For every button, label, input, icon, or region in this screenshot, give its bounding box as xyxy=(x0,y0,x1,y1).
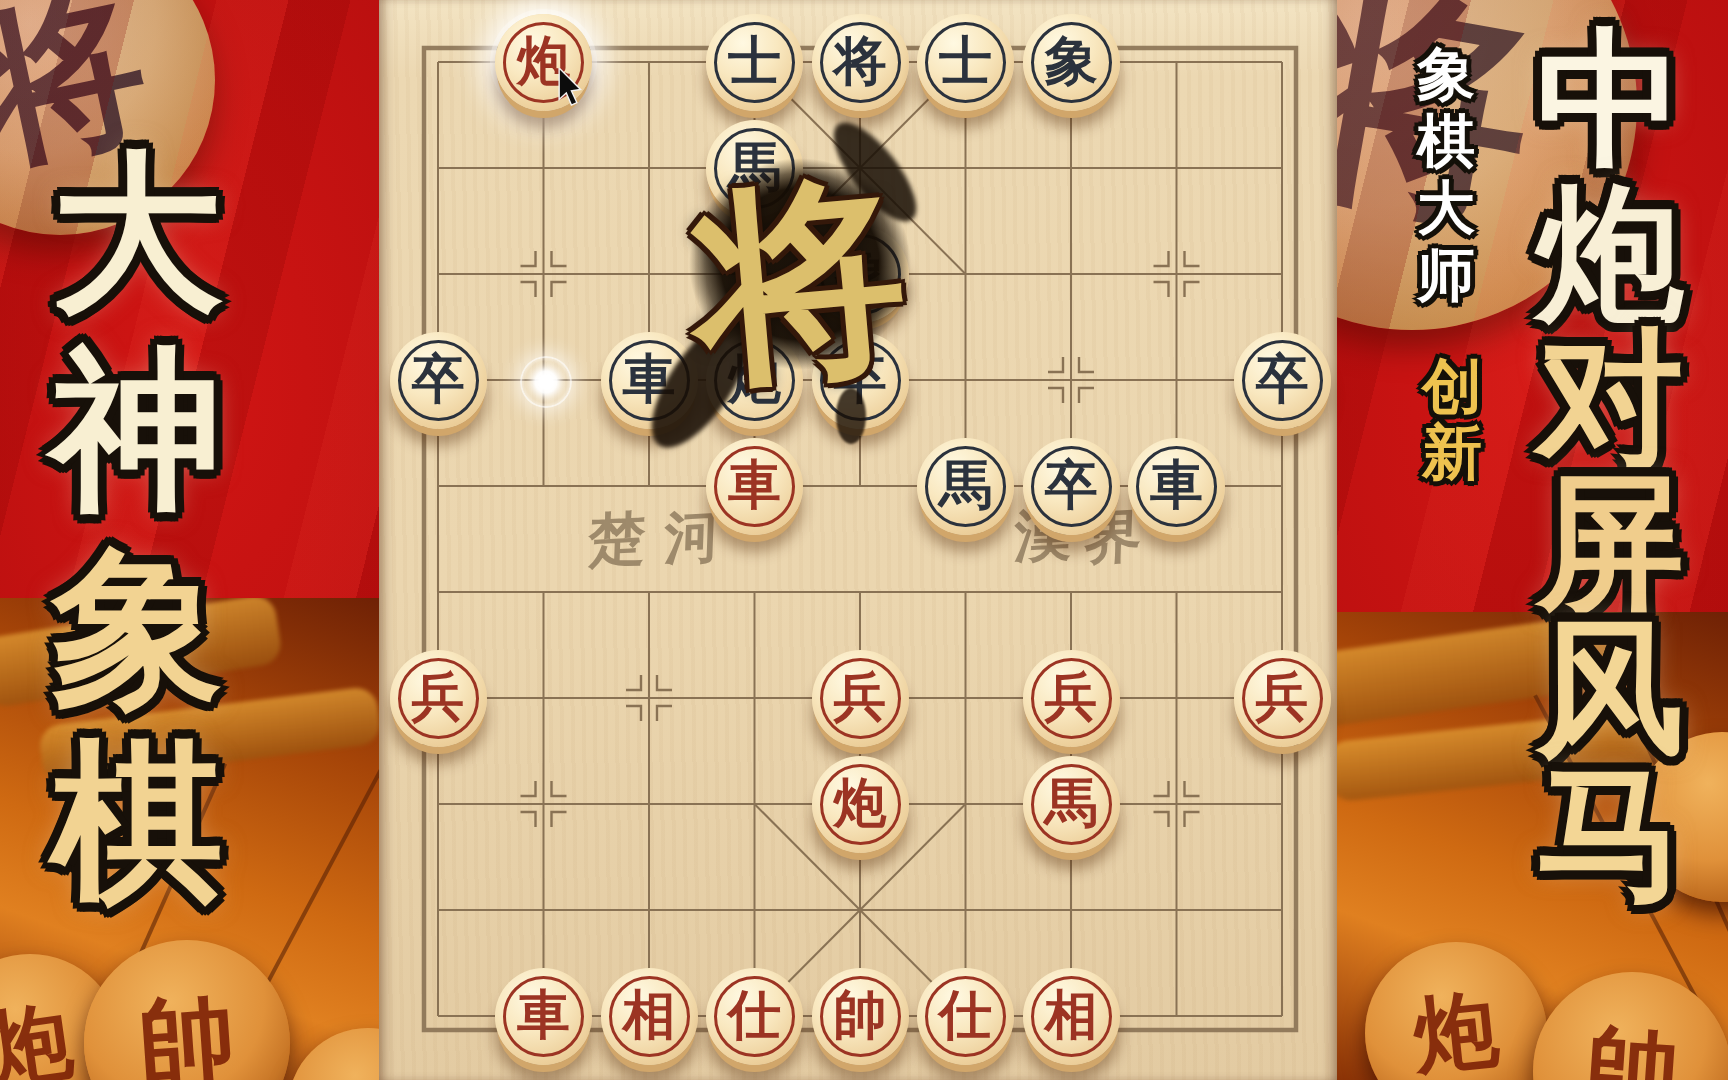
piece-glyph: 兵 xyxy=(1234,650,1331,747)
banner-char-4: 师 xyxy=(1417,247,1475,305)
banner-char-3: 对 xyxy=(1536,326,1684,474)
piece-black-soldier[interactable]: 卒 xyxy=(1234,332,1331,429)
banner-char-2: 棋 xyxy=(1417,113,1475,171)
banner-char-1: 中 xyxy=(1536,26,1684,174)
piece-red-chariot[interactable]: 車 xyxy=(495,968,592,1065)
piece-glyph: 兵 xyxy=(1023,650,1120,747)
banner-char-6: 马 xyxy=(1536,761,1684,909)
board-grid xyxy=(379,0,1337,1080)
piece-glyph: 士 xyxy=(917,14,1014,111)
piece-glyph: 車 xyxy=(1128,438,1225,535)
piece-glyph: 炮 xyxy=(812,756,909,853)
banner-char-1: 大 xyxy=(51,149,223,321)
river-char: 楚 xyxy=(587,500,647,580)
banner-char-2: 神 xyxy=(51,345,223,517)
decor-cannon-glyph: 炮 xyxy=(1356,933,1556,1080)
banner-char-2: 新 xyxy=(1422,423,1482,483)
left-banner: 将 炮 帥 大神象棋 xyxy=(0,0,379,1080)
piece-black-elephant[interactable]: 象 xyxy=(1023,14,1120,111)
piece-glyph: 炮 xyxy=(706,332,803,429)
piece-black-elephant[interactable]: 象 xyxy=(812,226,909,323)
piece-glyph: 仕 xyxy=(917,968,1014,1065)
decor-king-piece: 帥 xyxy=(84,940,290,1080)
piece-red-advisor[interactable]: 仕 xyxy=(706,968,803,1065)
banner-char-1: 象 xyxy=(1417,46,1475,104)
piece-glyph: 帥 xyxy=(812,968,909,1065)
piece-glyph: 馬 xyxy=(1023,756,1120,853)
xiangqi-board[interactable]: 楚河漢界 炮士将士象馬象卒車炮卒卒車馬卒車兵兵兵兵炮馬車相仕帥仕相 将 xyxy=(379,0,1337,1080)
piece-black-chariot[interactable]: 車 xyxy=(1128,438,1225,535)
right-banner: 将 炮 帥 象棋大师 创新 中炮对屏风马 xyxy=(1337,0,1728,1080)
decor-edge-piece xyxy=(288,1028,379,1080)
piece-red-elephant[interactable]: 相 xyxy=(601,968,698,1065)
piece-red-cannon[interactable]: 炮 xyxy=(812,756,909,853)
piece-black-horse[interactable]: 馬 xyxy=(917,438,1014,535)
piece-glyph: 車 xyxy=(495,968,592,1065)
piece-red-advisor[interactable]: 仕 xyxy=(917,968,1014,1065)
banner-char-5: 风 xyxy=(1536,616,1684,764)
piece-red-soldier[interactable]: 兵 xyxy=(812,650,909,747)
piece-red-elephant[interactable]: 相 xyxy=(1023,968,1120,1065)
piece-black-chariot[interactable]: 車 xyxy=(601,332,698,429)
piece-black-advisor[interactable]: 士 xyxy=(917,14,1014,111)
banner-char-4: 棋 xyxy=(51,737,223,909)
piece-glyph: 卒 xyxy=(1234,332,1331,429)
piece-red-horse[interactable]: 馬 xyxy=(1023,756,1120,853)
piece-glyph: 車 xyxy=(706,438,803,535)
piece-black-soldier[interactable]: 卒 xyxy=(1023,438,1120,535)
banner-char-4: 屏 xyxy=(1536,471,1684,619)
piece-black-soldier[interactable]: 卒 xyxy=(390,332,487,429)
piece-black-soldier[interactable]: 卒 xyxy=(812,332,909,429)
piece-red-general[interactable]: 帥 xyxy=(812,968,909,1065)
piece-red-soldier[interactable]: 兵 xyxy=(1023,650,1120,747)
decor-cannon-piece: 炮 xyxy=(1365,942,1547,1080)
banner-char-3: 大 xyxy=(1417,180,1475,238)
video-frame: 将 炮 帥 大神象棋 楚河漢界 炮士将士象馬象卒車炮卒卒車馬卒車兵兵兵兵炮馬車相… xyxy=(0,0,1728,1080)
piece-black-horse[interactable]: 馬 xyxy=(706,120,803,217)
banner-char-3: 象 xyxy=(51,544,223,716)
piece-glyph: 仕 xyxy=(706,968,803,1065)
piece-glyph: 象 xyxy=(1023,14,1120,111)
piece-glyph: 卒 xyxy=(390,332,487,429)
piece-glyph: 卒 xyxy=(1023,438,1120,535)
mouse-cursor xyxy=(557,68,587,108)
piece-glyph: 士 xyxy=(706,14,803,111)
decor-king-glyph: 帥 xyxy=(77,933,297,1080)
piece-black-advisor[interactable]: 士 xyxy=(706,14,803,111)
piece-red-soldier[interactable]: 兵 xyxy=(1234,650,1331,747)
decor-king-glyph: 帥 xyxy=(1526,965,1728,1080)
piece-glyph: 馬 xyxy=(706,120,803,217)
banner-char-2: 炮 xyxy=(1536,181,1684,329)
piece-glyph: 車 xyxy=(601,332,698,429)
piece-red-soldier[interactable]: 兵 xyxy=(390,650,487,747)
piece-glyph: 馬 xyxy=(917,438,1014,535)
piece-black-general[interactable]: 将 xyxy=(812,14,909,111)
piece-glyph: 兵 xyxy=(390,650,487,747)
piece-glyph: 象 xyxy=(812,226,909,323)
move-origin-indicator xyxy=(520,356,572,408)
piece-glyph: 卒 xyxy=(812,332,909,429)
piece-glyph: 相 xyxy=(601,968,698,1065)
decor-king-piece: 帥 xyxy=(1533,972,1728,1080)
piece-black-cannon[interactable]: 炮 xyxy=(706,332,803,429)
piece-glyph: 相 xyxy=(1023,968,1120,1065)
piece-red-chariot[interactable]: 車 xyxy=(706,438,803,535)
piece-glyph: 将 xyxy=(812,14,909,111)
banner-char-1: 创 xyxy=(1422,357,1482,417)
piece-glyph: 兵 xyxy=(812,650,909,747)
